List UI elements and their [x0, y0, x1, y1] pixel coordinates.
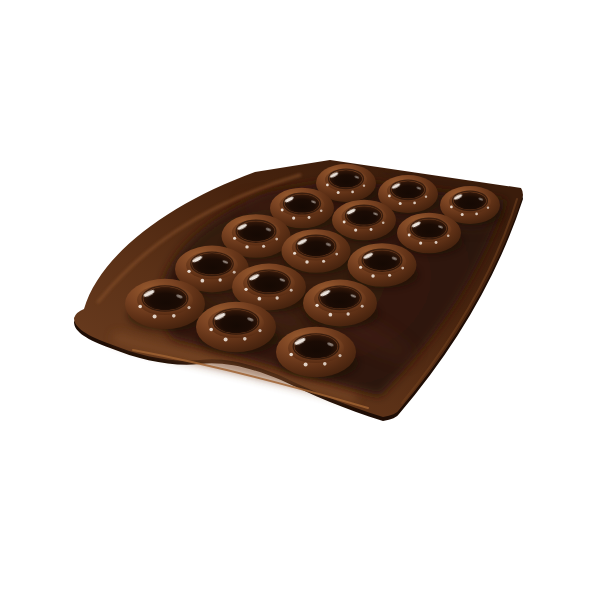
specular-highlight [425, 195, 427, 197]
specular-highlight [201, 279, 205, 283]
specular-highlight [305, 260, 308, 263]
specular-highlight [435, 241, 438, 244]
specular-highlight [447, 235, 450, 238]
specular-highlight [361, 305, 364, 308]
specular-highlight [243, 337, 247, 341]
specular-highlight [187, 306, 190, 309]
specular-highlight [281, 209, 284, 212]
specular-highlight [233, 237, 236, 240]
specular-highlight [419, 242, 422, 245]
specular-highlight [329, 313, 333, 317]
specular-highlight [218, 278, 221, 281]
specular-highlight [337, 191, 340, 194]
cavity-opening [143, 287, 186, 310]
specular-highlight [209, 328, 213, 332]
cavity-opening [363, 250, 400, 270]
specular-highlight [401, 267, 404, 270]
specular-highlight [245, 245, 248, 248]
specular-highlight [388, 195, 391, 198]
specular-highlight [138, 305, 142, 309]
specular-highlight [275, 296, 278, 299]
cavity-opening [294, 335, 337, 358]
specular-highlight [346, 312, 349, 315]
specular-highlight [413, 202, 416, 205]
cavity-opening [214, 310, 257, 333]
cavity-opening [392, 181, 424, 198]
cavity-opening [320, 287, 360, 309]
cavity-opening [237, 221, 274, 241]
specular-highlight [335, 253, 338, 256]
specular-highlight [354, 229, 357, 232]
specular-highlight [304, 363, 308, 367]
specular-highlight [244, 288, 247, 291]
specular-highlight [233, 271, 236, 274]
product-photo [0, 0, 600, 600]
specular-highlight [388, 274, 391, 277]
specular-highlight [258, 329, 261, 332]
specular-highlight [323, 362, 327, 366]
specular-highlight [293, 252, 296, 255]
specular-highlight [224, 338, 228, 342]
specular-highlight [487, 206, 489, 208]
specular-highlight [338, 354, 341, 357]
specular-highlight [187, 270, 190, 273]
specular-highlight [322, 260, 325, 263]
specular-highlight [475, 213, 478, 216]
specular-highlight [399, 202, 402, 205]
cavity-opening [347, 206, 382, 225]
specular-highlight [153, 315, 157, 319]
specular-highlight [461, 213, 464, 216]
chocolate-mold-render [0, 0, 600, 600]
specular-highlight [289, 353, 293, 357]
specular-highlight [290, 289, 293, 292]
specular-highlight [343, 221, 346, 224]
specular-highlight [172, 314, 176, 318]
specular-highlight [258, 297, 262, 301]
specular-highlight [351, 191, 354, 194]
specular-highlight [408, 234, 411, 237]
cavity-opening [297, 236, 334, 256]
specular-highlight [363, 184, 365, 186]
specular-highlight [359, 266, 362, 269]
specular-highlight [262, 245, 265, 248]
cavity-opening [249, 271, 289, 293]
cavity-opening [192, 253, 232, 275]
cavity-opening [412, 219, 447, 238]
specular-highlight [371, 274, 374, 277]
specular-highlight [308, 216, 311, 219]
cavity-opening [454, 192, 486, 209]
specular-highlight [292, 217, 295, 220]
specular-highlight [370, 228, 373, 231]
specular-highlight [320, 210, 323, 213]
cavity-opening [285, 194, 320, 213]
cavity-opening [330, 170, 362, 187]
specular-highlight [315, 304, 318, 307]
specular-highlight [326, 184, 329, 187]
specular-highlight [382, 222, 385, 225]
specular-highlight [275, 238, 278, 241]
specular-highlight [450, 206, 453, 209]
